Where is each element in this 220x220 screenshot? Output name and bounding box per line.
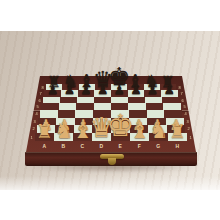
file-label-c: C [73, 144, 92, 149]
square-h5 [163, 103, 180, 110]
square-e3 [111, 118, 129, 126]
rank-label-left-7: 7 [38, 91, 44, 96]
square-g3 [147, 118, 165, 126]
rank-label-left-4: 4 [33, 111, 39, 117]
square-d6 [94, 97, 111, 104]
file-label-f: F [130, 144, 149, 149]
rank-label-left-6: 6 [37, 97, 43, 102]
square-b5 [59, 103, 76, 110]
rank-label-right-4: 4 [183, 111, 189, 117]
square-a6 [43, 97, 60, 104]
file-label-h: H [168, 144, 187, 149]
file-coordinates: ABCDEFGH [26, 141, 196, 152]
square-c3 [75, 118, 93, 126]
rank-label-left-5: 5 [35, 104, 41, 110]
rank-label-left-1: 1 [29, 134, 35, 141]
rank-label-left-8: 8 [40, 85, 46, 90]
square-h6 [162, 97, 179, 104]
square-a1: ♜ [35, 133, 54, 141]
square-b2: ♟ [55, 125, 74, 133]
square-d1: ♛ [92, 133, 111, 141]
square-b4 [58, 110, 76, 117]
square-f3 [129, 118, 147, 126]
square-h3 [166, 118, 184, 126]
board-rows: 8♜♞♝♛♚♝♞♜87♟♟♟♟♟♟♟♟7665544332♟♟♟♟♟♟♟♟21♜… [1, 84, 220, 141]
square-d4 [93, 110, 111, 117]
square-c4 [75, 110, 93, 117]
rank-row-6: 66 [36, 97, 186, 104]
square-e4 [111, 110, 129, 117]
rank-row-1: 1♜♞♝♛♚♝♞♜1 [28, 133, 194, 141]
screenshot-canvas: ABCDEFGH 8♜♞♝♛♚♝♞♜87♟♟♟♟♟♟♟♟7665544332♟♟… [0, 0, 220, 220]
square-c1: ♝ [73, 133, 92, 141]
square-d2: ♟ [92, 125, 111, 133]
rank-label-right-7: 7 [178, 91, 184, 96]
square-b3 [56, 118, 74, 126]
file-coordinates-row: ABCDEFGH [35, 144, 187, 149]
square-e2: ♟ [111, 125, 130, 133]
square-f5 [128, 103, 145, 110]
square-h1: ♜ [168, 133, 187, 141]
square-c6 [77, 97, 94, 104]
square-f1: ♝ [130, 133, 149, 141]
photo-bottom-fade [0, 176, 220, 190]
rank-row-4: 44 [33, 110, 190, 117]
rank-label-right-1: 1 [188, 134, 194, 141]
square-h4 [164, 110, 182, 117]
square-g5 [146, 103, 163, 110]
square-f6 [128, 97, 145, 104]
square-g1: ♞ [149, 133, 168, 141]
square-g6 [145, 97, 162, 104]
file-label-g: G [149, 144, 168, 149]
square-a5 [41, 103, 58, 110]
square-d5 [94, 103, 111, 110]
square-f2: ♟ [130, 125, 149, 133]
square-e1: ♚ [111, 133, 130, 141]
file-label-d: D [92, 144, 111, 149]
rank-row-3: 33 [31, 118, 191, 126]
rank-label-right-8: 8 [177, 85, 183, 90]
brass-clasp [100, 153, 124, 166]
square-a4 [40, 110, 58, 117]
clasp-knob [108, 158, 116, 165]
square-a3 [38, 118, 56, 126]
square-g4 [147, 110, 165, 117]
square-c2: ♟ [74, 125, 93, 133]
rank-label-left-3: 3 [32, 119, 38, 125]
rank-label-right-6: 6 [180, 97, 186, 102]
square-b6 [60, 97, 77, 104]
square-b1: ♞ [54, 133, 73, 141]
rank-row-2: 2♟♟♟♟♟♟♟♟2 [30, 125, 193, 133]
file-label-e: E [111, 144, 130, 149]
rank-label-left-2: 2 [30, 126, 36, 132]
chess-photo: ABCDEFGH 8♜♞♝♛♚♝♞♜87♟♟♟♟♟♟♟♟7665544332♟♟… [0, 31, 220, 190]
file-label-a: A [35, 144, 54, 149]
square-d3 [93, 118, 111, 126]
file-label-b: B [54, 144, 73, 149]
rank-label-right-2: 2 [186, 126, 192, 132]
square-h2: ♟ [167, 125, 186, 133]
square-a2: ♟ [37, 125, 56, 133]
square-e5 [111, 103, 128, 110]
square-f4 [129, 110, 147, 117]
rank-label-right-5: 5 [181, 104, 187, 110]
rank-label-right-3: 3 [184, 119, 190, 125]
square-c5 [76, 103, 93, 110]
rank-row-5: 55 [34, 103, 187, 110]
square-e6 [111, 97, 128, 104]
square-g2: ♟ [148, 125, 167, 133]
